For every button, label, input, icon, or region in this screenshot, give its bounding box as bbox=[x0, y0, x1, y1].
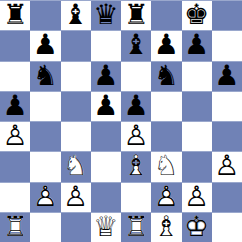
square-f1[interactable]: ♝♗ bbox=[151, 212, 181, 242]
square-c6[interactable] bbox=[61, 61, 91, 91]
square-f5[interactable] bbox=[151, 91, 181, 121]
square-a6[interactable] bbox=[0, 61, 30, 91]
black-rook-icon: ♜ bbox=[121, 0, 151, 30]
square-e7[interactable]: ♝ bbox=[121, 30, 151, 60]
black-pawn-icon: ♟ bbox=[0, 91, 30, 121]
square-d5[interactable]: ♟ bbox=[91, 91, 121, 121]
square-f2[interactable]: ♟♙ bbox=[151, 182, 181, 212]
square-f3[interactable]: ♞♘ bbox=[151, 151, 181, 181]
chess-board: ♜♝♛♜♚♟♝♟♟♞♟♞♟♟♟♟♟♙♟♙♞♘♝♗♞♘♟♙♟♙♟♙♟♙♟♙♜♖♛♕… bbox=[0, 0, 242, 242]
square-e3[interactable]: ♝♗ bbox=[121, 151, 151, 181]
square-h2[interactable] bbox=[212, 182, 242, 212]
black-pawn-icon: ♟ bbox=[30, 30, 60, 60]
square-c7[interactable] bbox=[61, 30, 91, 60]
white-pawn-icon: ♟♙ bbox=[182, 182, 212, 212]
square-b3[interactable] bbox=[30, 151, 60, 181]
square-a2[interactable] bbox=[0, 182, 30, 212]
black-pawn-icon: ♟ bbox=[91, 61, 121, 91]
black-pawn-icon: ♟ bbox=[91, 91, 121, 121]
white-pawn-icon: ♟♙ bbox=[212, 151, 242, 181]
square-c4[interactable] bbox=[61, 121, 91, 151]
square-e1[interactable]: ♜♖ bbox=[121, 212, 151, 242]
black-queen-icon: ♛ bbox=[91, 0, 121, 30]
square-c2[interactable]: ♟♙ bbox=[61, 182, 91, 212]
square-d1[interactable]: ♛♕ bbox=[91, 212, 121, 242]
white-king-icon: ♚♔ bbox=[182, 212, 212, 242]
square-e2[interactable] bbox=[121, 182, 151, 212]
black-pawn-icon: ♟ bbox=[212, 61, 242, 91]
white-pawn-icon: ♟♙ bbox=[61, 182, 91, 212]
black-bishop-icon: ♝ bbox=[121, 30, 151, 60]
white-pawn-icon: ♟♙ bbox=[0, 121, 30, 151]
square-b1[interactable] bbox=[30, 212, 60, 242]
square-d4[interactable] bbox=[91, 121, 121, 151]
black-pawn-icon: ♟ bbox=[182, 30, 212, 60]
white-knight-icon: ♞♘ bbox=[61, 151, 91, 181]
black-rook-icon: ♜ bbox=[0, 0, 30, 30]
white-bishop-icon: ♝♗ bbox=[121, 151, 151, 181]
white-pawn-icon: ♟♙ bbox=[30, 182, 60, 212]
square-e4[interactable]: ♟♙ bbox=[121, 121, 151, 151]
square-b7[interactable]: ♟ bbox=[30, 30, 60, 60]
white-pawn-icon: ♟♙ bbox=[121, 121, 151, 151]
square-h5[interactable] bbox=[212, 91, 242, 121]
square-e5[interactable]: ♟ bbox=[121, 91, 151, 121]
square-a8[interactable]: ♜ bbox=[0, 0, 30, 30]
black-bishop-icon: ♝ bbox=[61, 0, 91, 30]
square-d3[interactable] bbox=[91, 151, 121, 181]
square-h8[interactable] bbox=[212, 0, 242, 30]
black-knight-icon: ♞ bbox=[151, 61, 181, 91]
square-a4[interactable]: ♟♙ bbox=[0, 121, 30, 151]
black-pawn-icon: ♟ bbox=[121, 91, 151, 121]
square-f4[interactable] bbox=[151, 121, 181, 151]
square-d7[interactable] bbox=[91, 30, 121, 60]
white-rook-icon: ♜♖ bbox=[121, 212, 151, 242]
white-rook-icon: ♜♖ bbox=[0, 212, 30, 242]
square-g7[interactable]: ♟ bbox=[182, 30, 212, 60]
square-f6[interactable]: ♞ bbox=[151, 61, 181, 91]
square-g6[interactable] bbox=[182, 61, 212, 91]
white-pawn-icon: ♟♙ bbox=[151, 182, 181, 212]
square-d6[interactable]: ♟ bbox=[91, 61, 121, 91]
square-g1[interactable]: ♚♔ bbox=[182, 212, 212, 242]
square-c1[interactable] bbox=[61, 212, 91, 242]
white-queen-icon: ♛♕ bbox=[91, 212, 121, 242]
square-b5[interactable] bbox=[30, 91, 60, 121]
square-g4[interactable] bbox=[182, 121, 212, 151]
white-bishop-icon: ♝♗ bbox=[151, 212, 181, 242]
square-h7[interactable] bbox=[212, 30, 242, 60]
square-d2[interactable] bbox=[91, 182, 121, 212]
black-king-icon: ♚ bbox=[182, 0, 212, 30]
square-d8[interactable]: ♛ bbox=[91, 0, 121, 30]
square-f7[interactable]: ♟ bbox=[151, 30, 181, 60]
square-f8[interactable] bbox=[151, 0, 181, 30]
square-a1[interactable]: ♜♖ bbox=[0, 212, 30, 242]
square-b8[interactable] bbox=[30, 0, 60, 30]
square-c3[interactable]: ♞♘ bbox=[61, 151, 91, 181]
square-g3[interactable] bbox=[182, 151, 212, 181]
square-b6[interactable]: ♞ bbox=[30, 61, 60, 91]
square-c5[interactable] bbox=[61, 91, 91, 121]
square-h1[interactable] bbox=[212, 212, 242, 242]
square-g2[interactable]: ♟♙ bbox=[182, 182, 212, 212]
chess-board-squares: ♜♝♛♜♚♟♝♟♟♞♟♞♟♟♟♟♟♙♟♙♞♘♝♗♞♘♟♙♟♙♟♙♟♙♟♙♜♖♛♕… bbox=[0, 0, 242, 242]
white-knight-icon: ♞♘ bbox=[151, 151, 181, 181]
square-a5[interactable]: ♟ bbox=[0, 91, 30, 121]
black-pawn-icon: ♟ bbox=[151, 30, 181, 60]
square-g5[interactable] bbox=[182, 91, 212, 121]
black-knight-icon: ♞ bbox=[30, 61, 60, 91]
square-a7[interactable] bbox=[0, 30, 30, 60]
square-a3[interactable] bbox=[0, 151, 30, 181]
square-e6[interactable] bbox=[121, 61, 151, 91]
square-e8[interactable]: ♜ bbox=[121, 0, 151, 30]
square-g8[interactable]: ♚ bbox=[182, 0, 212, 30]
square-h6[interactable]: ♟ bbox=[212, 61, 242, 91]
square-h3[interactable]: ♟♙ bbox=[212, 151, 242, 181]
square-b2[interactable]: ♟♙ bbox=[30, 182, 60, 212]
square-h4[interactable] bbox=[212, 121, 242, 151]
square-c8[interactable]: ♝ bbox=[61, 0, 91, 30]
square-b4[interactable] bbox=[30, 121, 60, 151]
